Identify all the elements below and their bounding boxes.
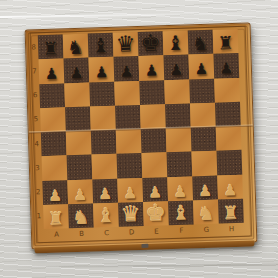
square-f3 (167, 152, 193, 177)
square-f8: ♝ (163, 30, 189, 55)
black-queen: ♛ (115, 34, 135, 56)
file-label-H: H (219, 223, 244, 236)
square-f2: ♟ (167, 176, 193, 201)
square-e5 (140, 104, 166, 129)
white-rook: ♜ (48, 209, 65, 227)
square-c6 (89, 81, 115, 106)
white-rook: ♜ (223, 204, 240, 222)
square-c1: ♝ (93, 203, 119, 228)
square-a7: ♟ (39, 59, 65, 84)
square-h6 (214, 77, 240, 102)
square-d8: ♛ (113, 32, 139, 57)
file-label-B: B (69, 228, 94, 241)
black-pawn: ♟ (194, 62, 208, 77)
square-b4 (66, 131, 92, 156)
square-a3 (42, 156, 68, 181)
square-h5 (215, 102, 241, 127)
square-g7: ♟ (188, 54, 214, 79)
black-pawn: ♟ (120, 64, 134, 79)
white-pawn: ♟ (73, 187, 87, 202)
square-h8: ♜ (213, 29, 239, 54)
black-bishop: ♝ (91, 36, 110, 56)
square-a2: ♟ (42, 180, 68, 205)
white-knight: ♞ (72, 208, 90, 227)
square-g4 (191, 127, 217, 152)
square-b1: ♞ (68, 203, 94, 228)
black-pawn: ♟ (70, 66, 84, 81)
square-a8: ♜ (38, 34, 64, 59)
square-d1: ♛ (118, 202, 144, 227)
square-a4 (41, 131, 67, 156)
square-d3 (117, 153, 143, 178)
black-pawn: ♟ (145, 64, 159, 79)
white-pawn: ♟ (148, 185, 162, 200)
square-b8: ♞ (63, 34, 89, 59)
black-pawn: ♟ (219, 61, 233, 76)
square-c7: ♟ (89, 57, 115, 82)
square-f4 (166, 127, 192, 152)
square-e6 (139, 80, 165, 105)
square-d4 (116, 129, 142, 154)
square-a5 (40, 107, 66, 132)
white-king: ♚ (145, 202, 166, 224)
chess-board: 87654321 ABCDEFGH ♜♞♝♛♚♝♞♜♟♟♟♟♟♟♟♟♟♟♟♟♟♟… (25, 23, 258, 250)
black-knight: ♞ (67, 38, 85, 57)
black-pawn: ♟ (169, 63, 183, 78)
square-d2: ♟ (117, 177, 143, 202)
square-d6 (114, 81, 140, 106)
black-knight: ♞ (192, 34, 210, 53)
square-f1: ♝ (168, 200, 194, 225)
white-queen: ♛ (121, 204, 141, 226)
square-h4 (216, 126, 242, 151)
white-pawn: ♟ (98, 186, 112, 201)
square-g6 (189, 78, 215, 103)
square-b5 (65, 106, 91, 131)
photo-scene: 87654321 ABCDEFGH ♜♞♝♛♚♝♞♜♟♟♟♟♟♟♟♟♟♟♟♟♟♟… (0, 0, 278, 278)
square-b7: ♟ (64, 58, 90, 83)
square-a1: ♜ (43, 204, 69, 229)
board-grid: ♜♞♝♛♚♝♞♜♟♟♟♟♟♟♟♟♟♟♟♟♟♟♟♟♜♞♝♛♚♝♞♜ (38, 29, 244, 229)
square-b6 (64, 82, 90, 107)
file-label-E: E (144, 225, 169, 238)
white-pawn: ♟ (123, 186, 137, 201)
square-e1: ♚ (143, 201, 169, 226)
square-f5 (165, 103, 191, 128)
black-king: ♚ (140, 33, 161, 55)
white-pawn: ♟ (48, 188, 62, 203)
square-e4 (141, 128, 167, 153)
square-g8: ♞ (188, 30, 214, 55)
white-knight: ♞ (197, 204, 215, 223)
square-d5 (115, 105, 141, 130)
black-pawn: ♟ (95, 65, 109, 80)
white-pawn: ♟ (223, 183, 237, 198)
black-pawn: ♟ (45, 67, 59, 82)
square-h7: ♟ (213, 53, 239, 78)
file-label-A: A (44, 228, 69, 241)
latch (141, 244, 148, 248)
square-f7: ♟ (163, 55, 189, 80)
square-h1: ♜ (218, 199, 244, 224)
white-bishop: ♝ (97, 206, 116, 226)
square-c5 (90, 106, 116, 131)
square-e3 (142, 152, 168, 177)
square-c3 (92, 154, 118, 179)
square-e2: ♟ (142, 177, 168, 202)
white-bishop: ♝ (172, 204, 191, 224)
square-g1: ♞ (193, 199, 219, 224)
file-label-F: F (169, 224, 194, 237)
black-rook: ♜ (42, 40, 59, 58)
square-c8: ♝ (88, 33, 114, 58)
square-g3 (192, 151, 218, 176)
square-d7: ♟ (114, 56, 140, 81)
black-rook: ♜ (217, 34, 234, 52)
square-b2: ♟ (67, 179, 93, 204)
square-c2: ♟ (92, 178, 118, 203)
square-b3 (67, 155, 93, 180)
square-h3 (217, 150, 243, 175)
black-bishop: ♝ (166, 34, 185, 54)
white-pawn: ♟ (198, 183, 212, 198)
square-c4 (91, 130, 117, 155)
square-g5 (190, 102, 216, 127)
file-label-G: G (194, 224, 219, 237)
file-label-D: D (119, 226, 144, 239)
white-pawn: ♟ (173, 184, 187, 199)
square-g2: ♟ (192, 175, 218, 200)
square-e7: ♟ (138, 56, 164, 81)
square-a6 (39, 83, 65, 108)
square-e8: ♚ (138, 31, 164, 56)
file-label-C: C (94, 227, 119, 240)
square-f6 (164, 79, 190, 104)
square-h2: ♟ (217, 174, 243, 199)
